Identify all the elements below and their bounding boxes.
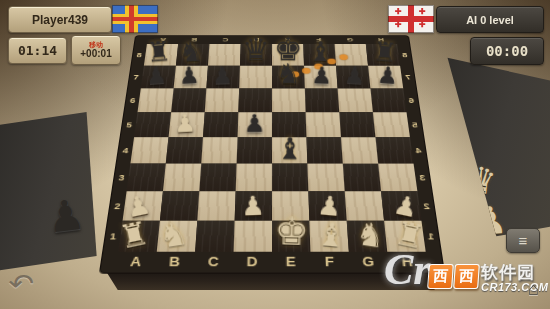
square-e4[interactable]: ♝ xyxy=(272,137,307,163)
file-label-b: B xyxy=(155,252,196,273)
square-c1[interactable] xyxy=(195,221,234,252)
piece-black-pawn-d5[interactable]: ♟ xyxy=(237,112,272,137)
white-clock: 01:14 xyxy=(8,37,67,64)
square-f4[interactable] xyxy=(306,137,342,163)
black-clock: 00:00 xyxy=(470,37,544,65)
square-h4[interactable] xyxy=(375,137,413,163)
square-c3[interactable] xyxy=(199,164,236,192)
square-c2[interactable] xyxy=(197,191,235,220)
square-c7[interactable]: ♟ xyxy=(206,66,240,89)
piece-white-knight-b1[interactable]: ♞ xyxy=(152,216,195,254)
game-scene: ♟ ♝♟♟♛♟ 87654321 87654321 ABCDEFGH ABCDE… xyxy=(0,0,550,309)
move-increment-box: 移动 +00:01 xyxy=(71,35,121,65)
increment-value: +00:01 xyxy=(80,49,111,59)
file-label-c: C xyxy=(209,36,241,44)
square-f6[interactable] xyxy=(305,88,339,112)
black-player-name: AI 0 level xyxy=(466,14,514,26)
piece-black-knight-e7[interactable]: ♞ xyxy=(272,60,305,88)
crosslet-icon: ✚ xyxy=(419,21,426,29)
square-h6[interactable] xyxy=(370,88,406,112)
hamburger-menu-icon: ≡ xyxy=(519,232,528,249)
square-f7[interactable]: ♟ xyxy=(304,66,338,89)
piece-white-king-e1[interactable]: ♚ xyxy=(272,212,312,252)
piece-black-bishop-e4[interactable]: ♝ xyxy=(272,133,308,163)
piece-black-pawn-a7[interactable]: ♟ xyxy=(139,63,173,89)
chessboard[interactable]: 87654321 87654321 ABCDEFGH ABCDEFGH ♜♞♛♚… xyxy=(100,36,443,273)
board-grid[interactable]: ♜♞♛♚♝♜♟♟♟♞♟♟♟♟♟♝♟♟♟♟♜♞♚♝♞♜ xyxy=(118,44,425,252)
square-b5[interactable]: ♟ xyxy=(169,112,205,137)
captured-tray-left: ♟ xyxy=(0,112,100,272)
aland-flag-icon xyxy=(112,5,158,33)
captured-white-queen: ♛ xyxy=(462,162,498,201)
file-label-d: D xyxy=(233,252,272,273)
watermark: Cr 西 西 软件园 CR173.COM ⌂ xyxy=(382,250,550,309)
home-icon: ⌂ xyxy=(528,279,539,300)
square-c4[interactable] xyxy=(201,137,237,163)
watermark-logo: Cr xyxy=(384,244,430,295)
square-d8[interactable]: ♛ xyxy=(240,44,272,66)
file-label-g: G xyxy=(334,36,366,44)
square-b4[interactable] xyxy=(166,137,203,163)
square-h3[interactable] xyxy=(378,164,417,192)
square-g6[interactable] xyxy=(338,88,373,112)
crosslet-icon: ✚ xyxy=(419,8,426,16)
square-g1[interactable]: ♞ xyxy=(347,221,388,252)
piece-black-pawn-c7[interactable]: ♟ xyxy=(206,64,240,88)
square-c6[interactable] xyxy=(205,88,239,112)
file-label-c: C xyxy=(194,252,234,273)
white-player-name: Player439 xyxy=(32,13,88,27)
square-f3[interactable] xyxy=(307,164,344,192)
rank-label-5: 5 xyxy=(406,112,423,137)
piece-white-rook-a1[interactable]: ♜ xyxy=(112,215,156,254)
crosslet-icon: ✚ xyxy=(395,21,402,29)
square-h5[interactable] xyxy=(373,112,410,137)
watermark-char-box: 西 xyxy=(453,264,480,289)
square-d1[interactable] xyxy=(234,221,272,252)
captured-white-pawn: ♟ xyxy=(429,112,454,140)
square-d3[interactable] xyxy=(236,164,272,192)
georgia-flag-icon: ✚ ✚ ✚ ✚ xyxy=(388,5,434,33)
square-d2[interactable]: ♟ xyxy=(235,191,272,220)
white-player-panel[interactable]: Player439 xyxy=(8,6,112,33)
captured-white-pawn: ♟ xyxy=(444,140,473,172)
square-f5[interactable] xyxy=(306,112,341,137)
square-b7[interactable]: ♟ xyxy=(174,66,208,89)
square-a6[interactable] xyxy=(138,88,174,112)
square-c5[interactable] xyxy=(203,112,238,137)
piece-black-queen-d8[interactable]: ♛ xyxy=(240,34,272,65)
square-b3[interactable] xyxy=(163,164,201,192)
square-e6[interactable] xyxy=(272,88,306,112)
captured-white-bishop: ♝ xyxy=(433,81,458,109)
square-a7[interactable]: ♟ xyxy=(141,66,176,89)
square-g4[interactable] xyxy=(341,137,378,163)
black-player-panel[interactable]: AI 0 level xyxy=(436,6,544,33)
captured-black-pawn: ♟ xyxy=(45,194,87,240)
square-a5[interactable] xyxy=(134,112,171,137)
square-h7[interactable]: ♟ xyxy=(368,66,403,89)
square-e1[interactable]: ♚ xyxy=(272,221,310,252)
watermark-char-box: 西 xyxy=(427,264,454,289)
square-f1[interactable]: ♝ xyxy=(309,221,348,252)
piece-white-bishop-f1[interactable]: ♝ xyxy=(311,217,352,253)
file-label-a: A xyxy=(115,252,156,273)
move-label: 移动 xyxy=(89,41,103,48)
piece-black-pawn-f7[interactable]: ♟ xyxy=(305,64,339,88)
square-g7[interactable]: ♟ xyxy=(336,66,370,89)
square-d6[interactable] xyxy=(238,88,272,112)
captured-white-pawn: ♟ xyxy=(472,201,508,241)
captured-tray-right: ♝♟♟♛♟ xyxy=(428,52,550,242)
square-g5[interactable] xyxy=(339,112,375,137)
square-b1[interactable]: ♞ xyxy=(157,221,198,252)
crosslet-icon: ✚ xyxy=(395,8,402,16)
file-label-f: F xyxy=(310,252,350,273)
undo-button[interactable]: ↶ xyxy=(8,268,34,300)
square-d4[interactable] xyxy=(237,137,272,163)
square-d7[interactable] xyxy=(239,66,272,89)
piece-black-pawn-b7[interactable]: ♟ xyxy=(172,64,206,89)
square-g3[interactable] xyxy=(343,164,381,192)
piece-black-pawn-h7[interactable]: ♟ xyxy=(370,63,404,89)
piece-white-pawn-b5[interactable]: ♟ xyxy=(167,111,203,137)
square-e7[interactable]: ♞ xyxy=(272,66,305,89)
square-e3[interactable] xyxy=(272,164,308,192)
square-a4[interactable] xyxy=(130,137,168,163)
file-label-e: E xyxy=(272,252,311,273)
square-a3[interactable] xyxy=(127,164,166,192)
undo-arrow-icon: ↶ xyxy=(8,269,34,299)
square-d5[interactable]: ♟ xyxy=(238,112,272,137)
piece-white-pawn-d2[interactable]: ♟ xyxy=(234,193,272,221)
piece-black-pawn-g7[interactable]: ♟ xyxy=(338,64,372,89)
